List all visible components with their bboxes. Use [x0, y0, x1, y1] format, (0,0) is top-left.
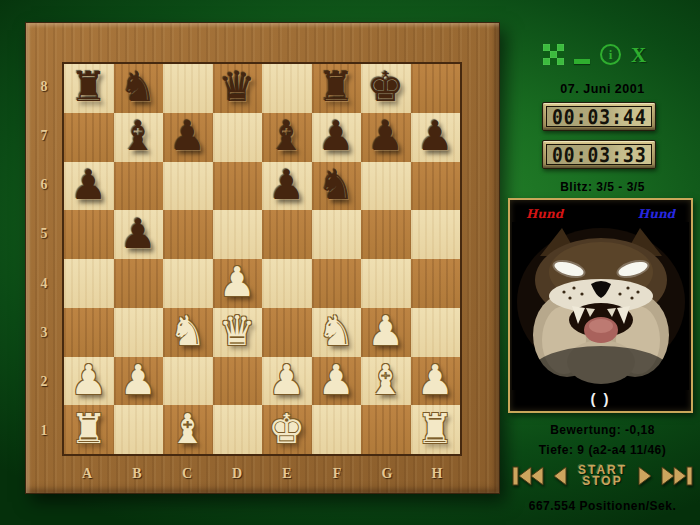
opponent-name-blue: Hund	[638, 207, 675, 221]
rank-label-3: 3	[41, 325, 48, 341]
current-move-info: (a2-a4 11/46)	[588, 443, 666, 457]
square-h3[interactable]	[411, 308, 461, 357]
square-g3[interactable]: ♟	[361, 308, 411, 357]
piece-white-pawn: ♟	[367, 307, 404, 355]
piece-white-knight: ♞	[318, 307, 355, 355]
square-h2[interactable]: ♟	[411, 357, 461, 406]
square-h1[interactable]: ♜	[411, 405, 461, 454]
square-b7[interactable]: ♝	[114, 113, 164, 162]
next-move-button[interactable]	[638, 465, 654, 487]
piece-white-pawn: ♟	[70, 356, 107, 404]
square-b8[interactable]: ♞	[114, 64, 164, 113]
piece-black-pawn: ♟	[70, 161, 107, 209]
square-g2[interactable]: ♝	[361, 357, 411, 406]
square-b6[interactable]	[114, 162, 164, 211]
rank-label-6: 6	[41, 177, 48, 193]
piece-black-knight: ♞	[318, 161, 355, 209]
piece-black-bishop: ♝	[268, 112, 305, 160]
app-logo-icon[interactable]	[543, 44, 564, 66]
square-g1[interactable]	[361, 405, 411, 454]
piece-black-knight: ♞	[120, 63, 157, 111]
square-g7[interactable]: ♟	[361, 113, 411, 162]
close-icon[interactable]: X	[631, 44, 646, 66]
square-h5[interactable]	[411, 210, 461, 259]
rank-label-2: 2	[41, 374, 48, 390]
square-c4[interactable]	[163, 259, 213, 308]
opponent-status-glyph: ( )	[510, 390, 691, 407]
file-label-a: A	[62, 466, 112, 482]
square-g6[interactable]	[361, 162, 411, 211]
square-h8[interactable]	[411, 64, 461, 113]
square-e5[interactable]	[262, 210, 312, 259]
piece-black-rook: ♜	[318, 63, 355, 111]
square-a2[interactable]: ♟	[64, 357, 114, 406]
square-f1[interactable]	[312, 405, 362, 454]
file-label-d: D	[212, 466, 262, 482]
square-f5[interactable]	[312, 210, 362, 259]
start-stop-button[interactable]: START STOP	[578, 465, 627, 487]
square-f8[interactable]: ♜	[312, 64, 362, 113]
square-b3[interactable]	[114, 308, 164, 357]
square-b2[interactable]: ♟	[114, 357, 164, 406]
square-e4[interactable]	[262, 259, 312, 308]
file-label-g: G	[362, 466, 412, 482]
piece-black-pawn: ♟	[367, 112, 404, 160]
go-to-end-button[interactable]	[661, 465, 693, 487]
piece-black-rook: ♜	[70, 63, 107, 111]
piece-black-king: ♚	[367, 63, 404, 111]
rank-label-7: 7	[41, 128, 48, 144]
square-f7[interactable]: ♟	[312, 113, 362, 162]
evaluation-label: Bewertung:	[550, 423, 621, 437]
square-e1[interactable]: ♚	[262, 405, 312, 454]
square-c8[interactable]	[163, 64, 213, 113]
positions-per-second: 667.554 Positionen/Sek.	[505, 499, 700, 513]
evaluation-value: -0,18	[625, 423, 655, 437]
piece-black-bishop: ♝	[120, 112, 157, 160]
file-label-c: C	[162, 466, 212, 482]
chess-board: ♜♞♛♜♚♝♟♝♟♟♟♟♟♞♟♟♞♛♞♟♟♟♟♟♝♟♜♝♚♜	[62, 62, 462, 456]
chess-app-window: 87654321 ♜♞♛♜♚♝♟♝♟♟♟♟♟♞♟♟♞♛♞♟♟♟♟♟♝♟♜♝♚♜ …	[0, 0, 700, 525]
depth-label: Tiefe: 9	[539, 443, 585, 457]
square-d3[interactable]: ♛	[213, 308, 263, 357]
piece-black-pawn: ♟	[417, 112, 454, 160]
file-label-b: B	[112, 466, 162, 482]
info-icon[interactable]: i	[600, 44, 621, 66]
square-d2[interactable]	[213, 357, 263, 406]
bulldog-portrait	[512, 222, 689, 390]
square-h4[interactable]	[411, 259, 461, 308]
square-a7[interactable]	[64, 113, 114, 162]
piece-white-knight: ♞	[169, 307, 206, 355]
square-a4[interactable]	[64, 259, 114, 308]
square-a6[interactable]: ♟	[64, 162, 114, 211]
rank-label-8: 8	[41, 79, 48, 95]
previous-move-button[interactable]	[551, 465, 567, 487]
opponent-panel: Hund Hund	[508, 198, 693, 413]
square-c3[interactable]: ♞	[163, 308, 213, 357]
square-d6[interactable]	[213, 162, 263, 211]
piece-white-bishop: ♝	[169, 405, 206, 453]
evaluation-line: Bewertung: -0,18	[505, 423, 700, 437]
depth-line: Tiefe: 9 (a2-a4 11/46)	[505, 443, 700, 457]
square-b1[interactable]	[114, 405, 164, 454]
navigation-controls: START STOP	[505, 461, 700, 491]
square-c1[interactable]: ♝	[163, 405, 213, 454]
square-g5[interactable]	[361, 210, 411, 259]
square-a3[interactable]	[64, 308, 114, 357]
piece-white-bishop: ♝	[367, 356, 404, 404]
square-e2[interactable]: ♟	[262, 357, 312, 406]
square-g8[interactable]: ♚	[361, 64, 411, 113]
square-h6[interactable]	[411, 162, 461, 211]
file-label-f: F	[312, 466, 362, 482]
square-a1[interactable]: ♜	[64, 405, 114, 454]
square-d1[interactable]	[213, 405, 263, 454]
square-e3[interactable]	[262, 308, 312, 357]
rank-labels: 87654321	[26, 62, 62, 456]
square-b5[interactable]: ♟	[114, 210, 164, 259]
clock-white-time: 00:03:44	[551, 105, 646, 129]
square-a8[interactable]: ♜	[64, 64, 114, 113]
piece-black-queen: ♛	[219, 63, 256, 111]
square-e8[interactable]	[262, 64, 312, 113]
piece-white-rook: ♜	[70, 405, 107, 453]
square-f2[interactable]: ♟	[312, 357, 362, 406]
square-d8[interactable]: ♛	[213, 64, 263, 113]
square-c2[interactable]	[163, 357, 213, 406]
piece-white-pawn: ♟	[268, 356, 305, 404]
square-g4[interactable]	[361, 259, 411, 308]
piece-white-pawn: ♟	[318, 356, 355, 404]
piece-white-pawn: ♟	[219, 258, 256, 306]
square-d5[interactable]	[213, 210, 263, 259]
date-label: 07. Juni 2001	[505, 82, 700, 96]
square-h7[interactable]: ♟	[411, 113, 461, 162]
chess-board-frame: 87654321 ♜♞♛♜♚♝♟♝♟♟♟♟♟♞♟♟♞♛♞♟♟♟♟♟♝♟♜♝♚♜ …	[25, 22, 500, 494]
square-f3[interactable]: ♞	[312, 308, 362, 357]
file-label-h: H	[412, 466, 462, 482]
rank-label-1: 1	[41, 423, 48, 439]
file-labels: ABCDEFGH	[62, 456, 462, 491]
square-d4[interactable]: ♟	[213, 259, 263, 308]
rank-label-5: 5	[41, 226, 48, 242]
clock-black-time: 00:03:33	[551, 143, 646, 167]
square-c6[interactable]	[163, 162, 213, 211]
square-e6[interactable]: ♟	[262, 162, 312, 211]
stop-label: STOP	[578, 476, 627, 487]
piece-black-pawn: ♟	[169, 112, 206, 160]
file-label-e: E	[262, 466, 312, 482]
square-e7[interactable]: ♝	[262, 113, 312, 162]
square-c5[interactable]	[163, 210, 213, 259]
piece-white-queen: ♛	[219, 307, 256, 355]
square-a5[interactable]	[64, 210, 114, 259]
square-b4[interactable]	[114, 259, 164, 308]
piece-black-pawn: ♟	[268, 161, 305, 209]
titlebar-icons: i X	[543, 42, 646, 66]
piece-black-pawn: ♟	[120, 210, 157, 258]
square-f4[interactable]	[312, 259, 362, 308]
piece-white-pawn: ♟	[417, 356, 454, 404]
square-c7[interactable]: ♟	[163, 113, 213, 162]
go-to-start-button[interactable]	[512, 465, 544, 487]
minimize-icon[interactable]	[574, 59, 590, 66]
piece-white-king: ♚	[268, 405, 305, 453]
square-d7[interactable]	[213, 113, 263, 162]
clock-white: 00:03:44	[542, 102, 656, 131]
piece-white-rook: ♜	[417, 405, 454, 453]
rank-label-4: 4	[41, 276, 48, 292]
piece-white-pawn: ♟	[120, 356, 157, 404]
square-f6[interactable]: ♞	[312, 162, 362, 211]
opponent-name-red: Hund	[526, 207, 563, 221]
piece-black-pawn: ♟	[318, 112, 355, 160]
clock-black: 00:03:33	[542, 140, 656, 169]
blitz-mode-label: Blitz: 3/5 - 3/5	[505, 180, 700, 194]
